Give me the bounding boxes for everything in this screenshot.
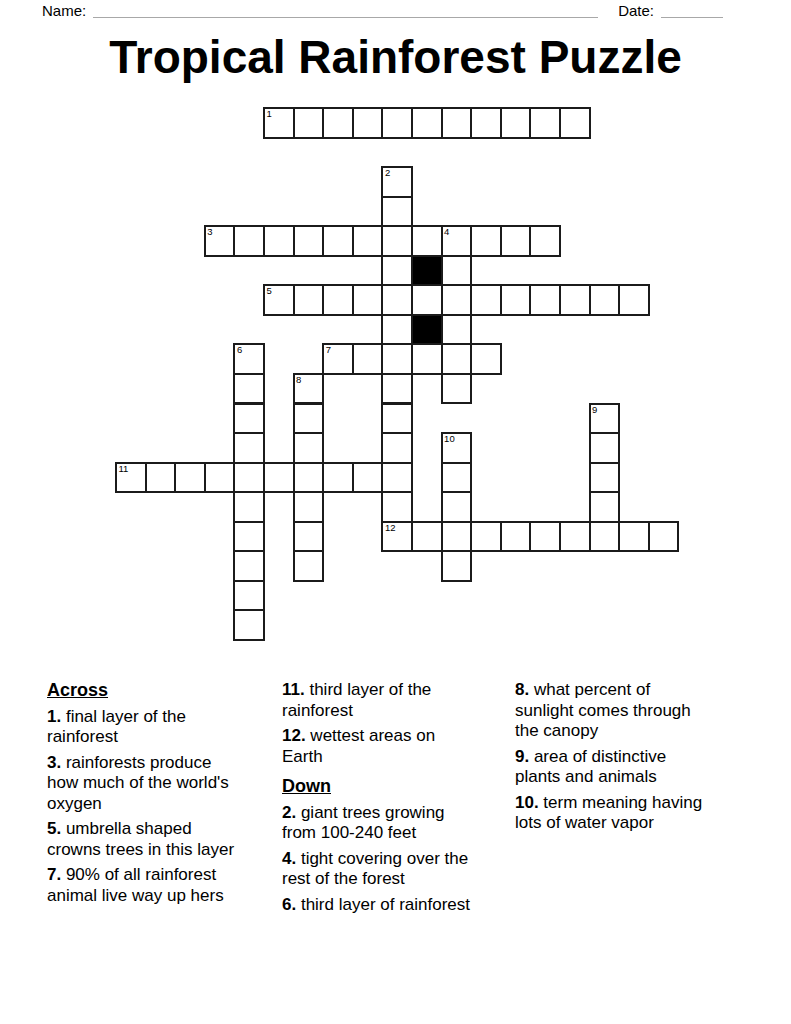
cell-r4c8[interactable] — [352, 225, 384, 257]
clues-column-2: 11. third layer of the rainforest12. wet… — [282, 680, 480, 920]
clue-down-2-number: 2. — [282, 803, 296, 822]
cell-r6c9[interactable] — [381, 284, 413, 316]
cell-r0c9[interactable] — [381, 107, 413, 139]
cell-r14c10[interactable] — [411, 521, 443, 553]
clue-down-9-number: 9. — [515, 747, 529, 766]
clues-column-1: Across1. final layer of the rainforest3.… — [47, 680, 244, 911]
cell-r14c13[interactable] — [500, 521, 532, 553]
clue-down-10: 10. term meaning having lots of water va… — [515, 793, 707, 834]
cell-r13c16[interactable] — [589, 491, 621, 523]
cell-r6c8[interactable] — [352, 284, 384, 316]
clue-number-8: 8 — [296, 375, 301, 385]
cell-r11c16[interactable] — [589, 432, 621, 464]
clue-down-2-text: giant trees growing from 100-240 feet — [282, 803, 445, 843]
cell-r12c11[interactable] — [441, 462, 473, 494]
cell-r8c8[interactable] — [352, 343, 384, 375]
clue-across-3-number: 3. — [47, 753, 61, 772]
clue-across-1-number: 1. — [47, 707, 61, 726]
cell-r14c18[interactable] — [648, 521, 680, 553]
cell-r12c7[interactable] — [322, 462, 354, 494]
clues-column-3: 8. what percent of sunlight comes throug… — [515, 680, 707, 839]
clue-across-11: 11. third layer of the rainforest — [282, 680, 480, 721]
clue-number-6: 6 — [237, 345, 242, 355]
cell-r6c10[interactable] — [411, 284, 443, 316]
cell-r4c9[interactable] — [381, 225, 413, 257]
clue-down-8-text: what percent of sunlight comes through t… — [515, 680, 691, 740]
cell-r0c15[interactable] — [559, 107, 591, 139]
name-label: Name: — [42, 2, 86, 19]
clue-across-1: 1. final layer of the rainforest — [47, 707, 244, 748]
date-label: Date: — [618, 2, 654, 19]
cell-r12c6[interactable] — [293, 462, 325, 494]
cell-r8c12[interactable] — [470, 343, 502, 375]
clue-down-8-number: 8. — [515, 680, 529, 699]
clue-across-12-number: 12. — [282, 726, 306, 745]
cell-r13c11[interactable] — [441, 491, 473, 523]
cell-r4c14[interactable] — [529, 225, 561, 257]
cell-r0c8[interactable] — [352, 107, 384, 139]
cell-r6c6[interactable] — [293, 284, 325, 316]
cell-r15c11[interactable] — [441, 550, 473, 582]
clue-number-4: 4 — [444, 227, 449, 237]
cell-r15c6[interactable] — [293, 550, 325, 582]
date-blank-line[interactable] — [661, 4, 723, 18]
cell-r7c9[interactable] — [381, 314, 413, 346]
cell-r10c9[interactable] — [381, 403, 413, 435]
cell-r6c14[interactable] — [529, 284, 561, 316]
cell-r0c6[interactable] — [293, 107, 325, 139]
cell-r9c9[interactable] — [381, 373, 413, 405]
clue-number-7: 7 — [326, 345, 331, 355]
cell-r0c11[interactable] — [441, 107, 473, 139]
cell-r14c12[interactable] — [470, 521, 502, 553]
cell-r0c12[interactable] — [470, 107, 502, 139]
clue-down-4: 4. tight covering over the rest of the f… — [282, 849, 480, 890]
cell-r6c16[interactable] — [589, 284, 621, 316]
cell-r4c10[interactable] — [411, 225, 443, 257]
name-blank-line[interactable] — [93, 4, 598, 18]
cell-r14c16[interactable] — [589, 521, 621, 553]
cell-r12c2[interactable] — [174, 462, 206, 494]
cell-r13c9[interactable] — [381, 491, 413, 523]
black-cell-r5c10 — [411, 255, 443, 287]
crossword-grid: 123456789101112 — [115, 107, 678, 640]
cell-r10c4[interactable] — [233, 403, 265, 435]
cell-r6c11[interactable] — [441, 284, 473, 316]
cell-r5c9[interactable] — [381, 255, 413, 287]
cell-r10c6[interactable] — [293, 403, 325, 435]
clue-across-7-number: 7. — [47, 865, 61, 884]
cell-r8c11[interactable] — [441, 343, 473, 375]
cell-r14c4[interactable] — [233, 521, 265, 553]
cell-r0c10[interactable] — [411, 107, 443, 139]
clue-down-6-text: third layer of rainforest — [296, 895, 470, 914]
clue-down-9: 9. area of distinctive plants and animal… — [515, 747, 707, 788]
cell-r16c4[interactable] — [233, 580, 265, 612]
cell-r6c13[interactable] — [500, 284, 532, 316]
cell-r14c11[interactable] — [441, 521, 473, 553]
cell-r4c4[interactable] — [233, 225, 265, 257]
cell-r0c7[interactable] — [322, 107, 354, 139]
clue-across-7: 7. 90% of all rainforest animal live way… — [47, 865, 244, 906]
clue-across-11-number: 11. — [282, 680, 305, 699]
cell-r13c4[interactable] — [233, 491, 265, 523]
clue-across-7-text: 90% of all rainforest animal live way up… — [47, 865, 224, 905]
clue-down-10-text: term meaning having lots of water vapor — [515, 793, 702, 833]
down-header: Down — [282, 776, 480, 797]
cell-r12c16[interactable] — [589, 462, 621, 494]
cell-r11c4[interactable] — [233, 432, 265, 464]
header: Name: Date: — [42, 2, 723, 19]
cell-r12c8[interactable] — [352, 462, 384, 494]
cell-r6c7[interactable] — [322, 284, 354, 316]
clue-across-11-text: third layer of the rainforest — [282, 680, 431, 720]
clue-down-6-number: 6. — [282, 895, 296, 914]
clue-number-1: 1 — [267, 109, 272, 119]
cell-r4c13[interactable] — [500, 225, 532, 257]
clue-number-9: 9 — [592, 405, 597, 415]
cell-r17c4[interactable] — [233, 609, 265, 641]
clue-across-5-number: 5. — [47, 819, 61, 838]
clue-down-4-number: 4. — [282, 849, 296, 868]
cell-r12c1[interactable] — [145, 462, 177, 494]
cell-r6c15[interactable] — [559, 284, 591, 316]
cell-r15c4[interactable] — [233, 550, 265, 582]
clue-number-11: 11 — [119, 464, 129, 474]
clue-across-12-text: wettest areas on Earth — [282, 726, 435, 766]
worksheet-page: Name: Date: Tropical Rainforest Puzzle 1… — [0, 0, 791, 1024]
cell-r5c11[interactable] — [441, 255, 473, 287]
cell-r4c6[interactable] — [293, 225, 325, 257]
clue-down-2: 2. giant trees growing from 100-240 feet — [282, 803, 480, 844]
black-cell-r7c10 — [411, 314, 443, 346]
cell-r14c15[interactable] — [559, 521, 591, 553]
cell-r12c5[interactable] — [263, 462, 295, 494]
cell-r14c6[interactable] — [293, 521, 325, 553]
clue-across-3-text: rainforests produce how much of the worl… — [47, 753, 229, 813]
clue-number-10: 10 — [444, 434, 455, 444]
clue-down-10-number: 10. — [515, 793, 539, 812]
cell-r13c6[interactable] — [293, 491, 325, 523]
clue-number-5: 5 — [267, 286, 272, 296]
cell-r0c14[interactable] — [529, 107, 561, 139]
clue-number-3: 3 — [207, 227, 212, 237]
clue-down-4-text: tight covering over the rest of the fore… — [282, 849, 468, 889]
cell-r6c17[interactable] — [618, 284, 650, 316]
cell-r14c17[interactable] — [618, 521, 650, 553]
cell-r9c4[interactable] — [233, 373, 265, 405]
cell-r0c13[interactable] — [500, 107, 532, 139]
cell-r14c14[interactable] — [529, 521, 561, 553]
cell-r11c9[interactable] — [381, 432, 413, 464]
clue-down-8: 8. what percent of sunlight comes throug… — [515, 680, 707, 742]
clue-down-6: 6. third layer of rainforest — [282, 895, 480, 916]
clue-across-5-text: umbrella shaped crowns trees in this lay… — [47, 819, 234, 859]
clue-across-12: 12. wettest areas on Earth — [282, 726, 480, 767]
cell-r12c3[interactable] — [204, 462, 236, 494]
cell-r12c9[interactable] — [381, 462, 413, 494]
cell-r8c9[interactable] — [381, 343, 413, 375]
clue-across-1-text: final layer of the rainforest — [47, 707, 186, 747]
clue-down-9-text: area of distinctive plants and animals — [515, 747, 666, 787]
across-header: Across — [47, 680, 244, 701]
puzzle-title: Tropical Rainforest Puzzle — [0, 30, 791, 84]
clue-number-2: 2 — [385, 168, 390, 178]
clue-number-12: 12 — [385, 523, 396, 533]
cell-r6c12[interactable] — [470, 284, 502, 316]
cell-r11c6[interactable] — [293, 432, 325, 464]
cell-r3c9[interactable] — [381, 196, 413, 228]
cell-r4c5[interactable] — [263, 225, 295, 257]
cell-r7c11[interactable] — [441, 314, 473, 346]
cell-r8c10[interactable] — [411, 343, 443, 375]
cell-r4c12[interactable] — [470, 225, 502, 257]
clue-across-5: 5. umbrella shaped crowns trees in this … — [47, 819, 244, 860]
cell-r12c4[interactable] — [233, 462, 265, 494]
clue-across-3: 3. rainforests produce how much of the w… — [47, 753, 244, 815]
cell-r9c11[interactable] — [441, 373, 473, 405]
cell-r4c7[interactable] — [322, 225, 354, 257]
